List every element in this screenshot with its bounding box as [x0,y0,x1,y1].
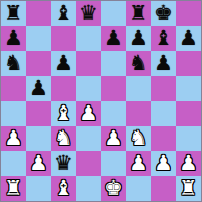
black-queen-c2[interactable]: ♛ [54,151,73,176]
black-pawn-b5[interactable]: ♟ [29,76,48,101]
square-f8[interactable]: ♜ [126,1,151,26]
square-c1[interactable]: ♝ [51,176,76,201]
square-f5[interactable] [126,76,151,101]
square-c5[interactable] [51,76,76,101]
square-f3[interactable]: ♞ [126,126,151,151]
square-b7[interactable] [26,26,51,51]
square-c7[interactable] [51,26,76,51]
square-d7[interactable] [76,26,101,51]
square-e6[interactable] [101,51,126,76]
square-e1[interactable]: ♚ [101,176,126,201]
square-g6[interactable]: ♟ [151,51,176,76]
square-b5[interactable]: ♟ [26,76,51,101]
square-b1[interactable] [26,176,51,201]
square-c6[interactable]: ♟ [51,51,76,76]
white-rook-a1[interactable]: ♜ [4,176,23,201]
square-g5[interactable] [151,76,176,101]
white-pawn-b2[interactable]: ♟ [29,151,48,176]
square-f4[interactable] [126,101,151,126]
square-g4[interactable] [151,101,176,126]
square-b2[interactable]: ♟ [26,151,51,176]
black-rook-a8[interactable]: ♜ [4,1,23,26]
square-h2[interactable]: ♟ [176,151,201,176]
square-f7[interactable]: ♟ [126,26,151,51]
square-e7[interactable]: ♟ [101,26,126,51]
square-h5[interactable] [176,76,201,101]
black-pawn-c6[interactable]: ♟ [54,51,73,76]
square-e5[interactable] [101,76,126,101]
white-pawn-g2[interactable]: ♟ [154,151,173,176]
square-d2[interactable] [76,151,101,176]
square-h7[interactable]: ♟ [176,26,201,51]
black-pawn-f7[interactable]: ♟ [129,26,148,51]
square-a3[interactable]: ♟ [1,126,26,151]
square-d8[interactable]: ♛ [76,1,101,26]
square-b6[interactable] [26,51,51,76]
white-pawn-e3[interactable]: ♟ [104,126,123,151]
black-king-g8[interactable]: ♚ [154,1,173,26]
square-c4[interactable]: ♝ [51,101,76,126]
square-g1[interactable] [151,176,176,201]
square-b3[interactable] [26,126,51,151]
white-pawn-d4[interactable]: ♟ [79,101,98,126]
square-d4[interactable]: ♟ [76,101,101,126]
square-a4[interactable] [1,101,26,126]
square-b4[interactable] [26,101,51,126]
square-g8[interactable]: ♚ [151,1,176,26]
black-pawn-h7[interactable]: ♟ [179,26,198,51]
square-c3[interactable]: ♞ [51,126,76,151]
square-d1[interactable] [76,176,101,201]
square-h3[interactable] [176,126,201,151]
black-pawn-g6[interactable]: ♟ [154,51,173,76]
white-king-e1[interactable]: ♚ [104,176,123,201]
square-a8[interactable]: ♜ [1,1,26,26]
white-pawn-a3[interactable]: ♟ [4,126,23,151]
square-f6[interactable]: ♞ [126,51,151,76]
black-knight-a6[interactable]: ♞ [4,51,23,76]
square-d5[interactable] [76,76,101,101]
square-e3[interactable]: ♟ [101,126,126,151]
square-e8[interactable] [101,1,126,26]
black-pawn-a7[interactable]: ♟ [4,26,23,51]
black-pawn-e7[interactable]: ♟ [104,26,123,51]
black-queen-d8[interactable]: ♛ [79,1,98,26]
white-pawn-f2[interactable]: ♟ [129,151,148,176]
black-bishop-c8[interactable]: ♝ [54,1,73,26]
white-knight-f3[interactable]: ♞ [129,126,148,151]
square-e2[interactable] [101,151,126,176]
square-g7[interactable]: ♝ [151,26,176,51]
square-c2[interactable]: ♛ [51,151,76,176]
square-e4[interactable] [101,101,126,126]
white-bishop-c1[interactable]: ♝ [54,176,73,201]
square-b8[interactable] [26,1,51,26]
square-d6[interactable] [76,51,101,76]
square-h1[interactable]: ♜ [176,176,201,201]
square-h6[interactable] [176,51,201,76]
white-rook-h1[interactable]: ♜ [179,176,198,201]
square-h8[interactable] [176,1,201,26]
square-g3[interactable] [151,126,176,151]
black-knight-f6[interactable]: ♞ [129,51,148,76]
white-knight-c3[interactable]: ♞ [54,126,73,151]
white-bishop-c4[interactable]: ♝ [54,101,73,126]
square-a2[interactable] [1,151,26,176]
black-bishop-g7[interactable]: ♝ [154,26,173,51]
square-a6[interactable]: ♞ [1,51,26,76]
white-pawn-h2[interactable]: ♟ [179,151,198,176]
square-h4[interactable] [176,101,201,126]
square-a5[interactable] [1,76,26,101]
square-f1[interactable] [126,176,151,201]
square-a7[interactable]: ♟ [1,26,26,51]
square-d3[interactable] [76,126,101,151]
black-rook-f8[interactable]: ♜ [129,1,148,26]
square-f2[interactable]: ♟ [126,151,151,176]
square-g2[interactable]: ♟ [151,151,176,176]
chess-board: ♜♝♛♜♚♟♟♟♝♟♞♟♞♟♟♝♟♟♞♟♞♟♛♟♟♟♜♝♚♜ [0,0,202,202]
square-a1[interactable]: ♜ [1,176,26,201]
square-c8[interactable]: ♝ [51,1,76,26]
